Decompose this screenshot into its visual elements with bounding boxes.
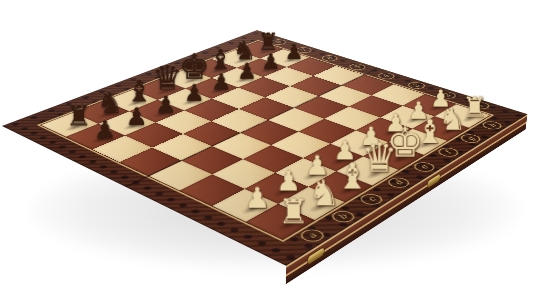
piece-black-pawn-e7[interactable]: ♟ xyxy=(211,71,231,94)
piece-white-pawn-a2[interactable]: ♟ xyxy=(245,184,271,213)
piece-black-bishop-c8[interactable]: ♝ xyxy=(126,76,153,106)
piece-black-pawn-a7[interactable]: ♟ xyxy=(93,117,115,142)
file-label-f: f xyxy=(434,146,461,158)
file-label-d: d xyxy=(384,176,413,190)
file-label-e: e xyxy=(410,160,438,173)
piece-black-pawn-d7[interactable]: ♟ xyxy=(184,81,205,104)
file-label-g: g xyxy=(457,133,483,145)
chess-set-photo-scene: ♜♞♝♛♚♝♞♜♟♟♟♟♟♟♟♟♟♟♟♟♟♟♟♟♜♞♝♛♚♝♞♜ abcdefg… xyxy=(0,0,533,290)
piece-white-rook-a1[interactable]: ♜ xyxy=(278,195,309,229)
piece-black-pawn-c7[interactable]: ♟ xyxy=(155,93,176,117)
square-g4[interactable] xyxy=(318,85,371,106)
piece-black-pawn-b7[interactable]: ♟ xyxy=(125,105,147,129)
file-label-h: h xyxy=(479,120,504,131)
piece-white-knight-b1[interactable]: ♞ xyxy=(308,176,340,212)
piece-black-rook-a8[interactable]: ♜ xyxy=(66,102,92,131)
piece-white-bishop-c1[interactable]: ♝ xyxy=(337,158,369,194)
piece-black-pawn-f7[interactable]: ♟ xyxy=(237,61,257,83)
piece-black-queen-d8[interactable]: ♛ xyxy=(152,61,182,95)
piece-black-pawn-g7[interactable]: ♟ xyxy=(261,51,280,72)
piece-black-knight-b8[interactable]: ♞ xyxy=(96,88,123,118)
